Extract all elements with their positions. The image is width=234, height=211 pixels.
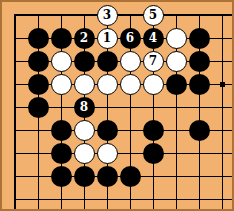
black-stone: [51, 166, 72, 187]
white-stone: 7: [143, 51, 164, 72]
black-stone: 4: [143, 28, 164, 49]
grid-line-horizontal: [14, 153, 232, 154]
black-stone: [189, 120, 210, 141]
move-number-label: 1: [103, 32, 111, 44]
move-number-label: 3: [103, 9, 111, 21]
white-stone: [120, 51, 141, 72]
black-stone: [28, 74, 49, 95]
move-number-label: 7: [149, 55, 157, 67]
black-stone: [143, 120, 164, 141]
black-stone: [28, 97, 49, 118]
move-number-label: 8: [80, 101, 88, 113]
star-point: [220, 82, 225, 87]
white-stone: [120, 74, 141, 95]
white-stone: [97, 74, 118, 95]
black-stone: 6: [120, 28, 141, 49]
grid-line-vertical: [14, 14, 16, 209]
black-stone: [189, 51, 210, 72]
white-stone: [51, 74, 72, 95]
white-stone: 1: [97, 28, 118, 49]
white-stone: [166, 28, 187, 49]
black-stone: [120, 166, 141, 187]
black-stone: [189, 74, 210, 95]
black-stone: [28, 51, 49, 72]
white-stone: [97, 143, 118, 164]
move-number-label: 4: [149, 32, 157, 44]
black-stone: [28, 28, 49, 49]
grid-line-vertical: [222, 14, 223, 209]
black-stone: [97, 166, 118, 187]
white-stone: 3: [97, 5, 118, 26]
move-number-label: 2: [80, 32, 88, 44]
black-stone: [51, 28, 72, 49]
black-stone: 8: [74, 97, 95, 118]
black-stone: [51, 120, 72, 141]
white-stone: [74, 143, 95, 164]
white-stone: [74, 74, 95, 95]
white-stone: [51, 51, 72, 72]
white-stone: [166, 51, 187, 72]
black-stone: [166, 74, 187, 95]
black-stone: [74, 166, 95, 187]
black-stone: [97, 51, 118, 72]
white-stone: [143, 74, 164, 95]
black-stone: [143, 143, 164, 164]
black-stone: [74, 51, 95, 72]
move-number-label: 6: [126, 32, 134, 44]
move-number-label: 5: [149, 9, 157, 21]
grid-line-horizontal: [14, 14, 232, 16]
grid-line-horizontal: [14, 199, 232, 200]
white-stone: [74, 120, 95, 141]
black-stone: [97, 120, 118, 141]
black-stone: [51, 143, 72, 164]
white-stone: 5: [143, 5, 164, 26]
black-stone: [189, 28, 210, 49]
go-board-diagram: 35216478: [0, 0, 234, 211]
black-stone: 2: [74, 28, 95, 49]
